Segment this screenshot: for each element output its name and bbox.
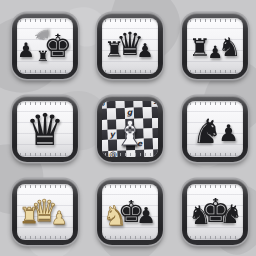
black-pawn-piece: ♟ bbox=[136, 205, 156, 227]
icon-face: ♞♟ bbox=[187, 101, 243, 157]
icon-face: ♜♛♟ bbox=[17, 184, 73, 240]
chess-icon-set-3[interactable]: ♜♟♞ bbox=[182, 13, 248, 79]
chess-icon-set-9[interactable]: ♞♚♞ bbox=[182, 179, 248, 245]
black-pawn-piece: ♟ bbox=[17, 40, 35, 60]
chess-icon-set-6[interactable]: ♞♟ bbox=[182, 96, 248, 162]
board-letter: 9 bbox=[153, 101, 158, 106]
chess-icon-set-1[interactable]: ♟♞♜♚ bbox=[12, 13, 78, 79]
black-pawn-piece: ♟ bbox=[137, 41, 154, 60]
board-square bbox=[153, 149, 158, 157]
board-square bbox=[152, 128, 158, 139]
chess-icon-set-7[interactable]: ♜♛♟ bbox=[12, 179, 78, 245]
chess-icon-queen[interactable]: ♛ bbox=[12, 96, 78, 162]
black-knight-piece: ♞ bbox=[218, 34, 241, 60]
black-knight-piece: ♞ bbox=[219, 201, 242, 227]
board-square bbox=[152, 117, 158, 128]
board-square bbox=[144, 149, 153, 157]
board-letter: U bbox=[102, 101, 106, 108]
icon-face: U9gye@♝ bbox=[102, 101, 158, 157]
white-bishop-piece: ♝ bbox=[115, 116, 145, 150]
black-king-piece: ♚ bbox=[44, 30, 73, 62]
black-queen-piece: ♛ bbox=[25, 108, 64, 152]
chess-icon-set-2[interactable]: ♜♛♟ bbox=[97, 13, 163, 79]
board-square bbox=[152, 107, 158, 118]
icon-face: ♟♞♜♚ bbox=[17, 18, 73, 74]
black-pawn-piece: ♟ bbox=[218, 122, 239, 145]
board-square bbox=[153, 138, 158, 149]
icon-face: ♜♛♟ bbox=[102, 18, 158, 74]
icon-face: ♞♚♟ bbox=[102, 184, 158, 240]
chess-icon-puzzle-board[interactable]: U9gye@♝ bbox=[97, 96, 163, 162]
icon-grid: ♟♞♜♚♜♛♟♜♟♞♛U9gye@♝♞♟♜♛♟♞♚♟♞♚♞ bbox=[0, 0, 256, 256]
icon-face: ♞♚♞ bbox=[187, 184, 243, 240]
cream-pawn-piece: ♟ bbox=[51, 209, 67, 227]
board-letter: @ bbox=[109, 152, 117, 157]
icon-face: ♜♟♞ bbox=[187, 18, 243, 74]
chess-icon-set-8[interactable]: ♞♚♟ bbox=[97, 179, 163, 245]
icon-face: ♛ bbox=[17, 101, 73, 157]
